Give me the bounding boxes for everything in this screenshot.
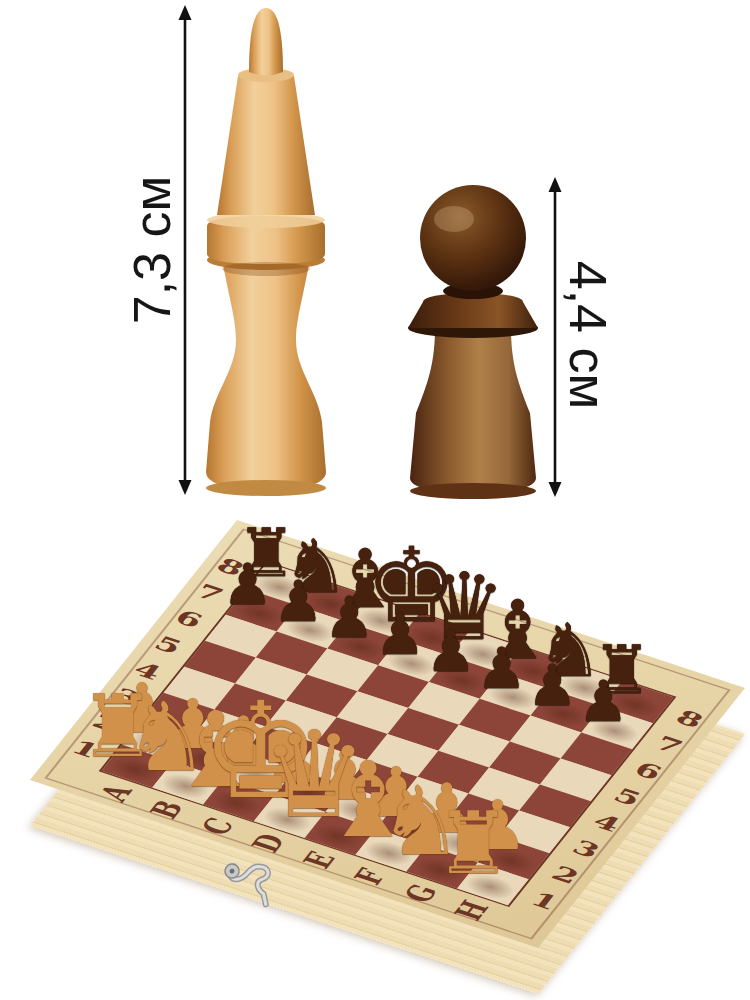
rank-label-right-4: 4 bbox=[578, 806, 635, 840]
rank-label-right-6: 6 bbox=[620, 754, 677, 788]
black-pawn: ♟ bbox=[527, 657, 578, 714]
white-rook: ♜ bbox=[435, 800, 512, 886]
king-piece-photo bbox=[200, 2, 336, 498]
black-pawn: ♟ bbox=[273, 573, 324, 630]
rank-label-right-5: 5 bbox=[599, 780, 656, 814]
pawn-height-label: 4,4 см bbox=[556, 185, 620, 485]
rank-label-right-2: 2 bbox=[537, 858, 594, 892]
black-pawn: ♟ bbox=[425, 623, 476, 680]
rank-label-right-1: 1 bbox=[516, 884, 573, 918]
rank-label-right-7: 7 bbox=[640, 728, 697, 762]
latch-icon bbox=[218, 848, 290, 910]
black-pawn: ♟ bbox=[578, 673, 629, 730]
black-pawn: ♟ bbox=[222, 556, 273, 613]
black-pawn: ♟ bbox=[476, 640, 527, 697]
pawn-piece-photo bbox=[398, 178, 548, 503]
board-plane: ABCDEFGH8765432187654321♜♞♝♚♛♝♞♜♟♟♟♟♟♟♟♟… bbox=[30, 520, 745, 948]
black-pawn: ♟ bbox=[324, 589, 375, 646]
rank-label-right-3: 3 bbox=[557, 832, 614, 866]
king-height-label: 7,3 см bbox=[120, 100, 184, 400]
rank-label-right-8: 8 bbox=[661, 702, 718, 736]
black-pawn: ♟ bbox=[374, 606, 425, 663]
product-photo: 7,3 см 4,4 см bbox=[0, 0, 750, 1000]
